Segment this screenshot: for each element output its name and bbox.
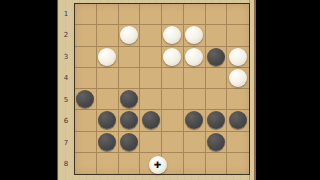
black-stone xyxy=(185,111,203,129)
cell-r8c1[interactable] xyxy=(75,153,97,174)
cell-r5c6[interactable] xyxy=(184,89,206,110)
cell-r4c1[interactable] xyxy=(75,68,97,89)
cell-r6c7[interactable] xyxy=(206,110,228,131)
last-move-cross-icon: ✚ xyxy=(154,161,162,170)
cell-r5c5[interactable] xyxy=(162,89,184,110)
row-label-2: 2 xyxy=(58,25,74,47)
cell-r6c1[interactable] xyxy=(75,110,97,131)
cell-r7c1[interactable] xyxy=(75,132,97,153)
row-labels: 12345678 xyxy=(58,3,74,175)
cell-r1c4[interactable] xyxy=(140,4,162,25)
cell-r4c3[interactable] xyxy=(119,68,141,89)
white-stone xyxy=(229,48,247,66)
board-grid[interactable]: ✚ xyxy=(74,3,250,175)
cell-r7c5[interactable] xyxy=(162,132,184,153)
cell-r8c6[interactable] xyxy=(184,153,206,174)
cell-r3c8[interactable] xyxy=(227,47,249,68)
cell-r2c6[interactable] xyxy=(184,25,206,46)
cell-r7c6[interactable] xyxy=(184,132,206,153)
cell-r3c1[interactable] xyxy=(75,47,97,68)
black-stone xyxy=(120,111,138,129)
cell-r6c6[interactable] xyxy=(184,110,206,131)
cell-r1c3[interactable] xyxy=(119,4,141,25)
black-stone xyxy=(76,90,94,108)
white-stone xyxy=(120,26,138,44)
cell-r5c1[interactable] xyxy=(75,89,97,110)
cell-r2c8[interactable] xyxy=(227,25,249,46)
white-stone-last-move[interactable]: ✚ xyxy=(149,156,167,174)
white-stone xyxy=(163,48,181,66)
cell-r8c7[interactable] xyxy=(206,153,228,174)
cell-r5c4[interactable] xyxy=(140,89,162,110)
row-label-8: 8 xyxy=(58,154,74,176)
cell-r4c5[interactable] xyxy=(162,68,184,89)
cell-r4c4[interactable] xyxy=(140,68,162,89)
cell-r2c2[interactable] xyxy=(97,25,119,46)
cell-r4c2[interactable] xyxy=(97,68,119,89)
row-label-6: 6 xyxy=(58,111,74,133)
cell-r7c8[interactable] xyxy=(227,132,249,153)
cell-r8c2[interactable] xyxy=(97,153,119,174)
cell-r2c7[interactable] xyxy=(206,25,228,46)
row-label-5: 5 xyxy=(58,89,74,111)
cell-r2c3[interactable] xyxy=(119,25,141,46)
cell-r3c3[interactable] xyxy=(119,47,141,68)
cell-r1c6[interactable] xyxy=(184,4,206,25)
cell-r3c6[interactable] xyxy=(184,47,206,68)
cell-r4c6[interactable] xyxy=(184,68,206,89)
cell-r3c4[interactable] xyxy=(140,47,162,68)
white-stone xyxy=(229,69,247,87)
cell-r1c7[interactable] xyxy=(206,4,228,25)
white-stone xyxy=(98,48,116,66)
black-stone xyxy=(98,111,116,129)
black-stone xyxy=(120,90,138,108)
cell-r3c5[interactable] xyxy=(162,47,184,68)
cell-r6c3[interactable] xyxy=(119,110,141,131)
cell-r7c4[interactable] xyxy=(140,132,162,153)
cell-r6c2[interactable] xyxy=(97,110,119,131)
row-label-1: 1 xyxy=(58,3,74,25)
black-stone xyxy=(98,133,116,151)
cell-r3c2[interactable] xyxy=(97,47,119,68)
cell-r3c7[interactable] xyxy=(206,47,228,68)
cell-r6c4[interactable] xyxy=(140,110,162,131)
cell-r2c4[interactable] xyxy=(140,25,162,46)
white-stone xyxy=(185,48,203,66)
cell-r8c4[interactable]: ✚ xyxy=(140,153,162,174)
black-stone xyxy=(207,48,225,66)
app-background: 12345678 ✚ xyxy=(0,0,320,180)
cell-r6c8[interactable] xyxy=(227,110,249,131)
cell-r5c3[interactable] xyxy=(119,89,141,110)
black-stone xyxy=(142,111,160,129)
cell-r7c3[interactable] xyxy=(119,132,141,153)
cell-r1c1[interactable] xyxy=(75,4,97,25)
cell-r5c2[interactable] xyxy=(97,89,119,110)
row-label-3: 3 xyxy=(58,46,74,68)
game-board-frame: 12345678 ✚ xyxy=(57,0,256,180)
black-stone xyxy=(229,111,247,129)
cell-r4c7[interactable] xyxy=(206,68,228,89)
cell-r2c1[interactable] xyxy=(75,25,97,46)
row-label-7: 7 xyxy=(58,132,74,154)
white-stone xyxy=(163,26,181,44)
cell-r4c8[interactable] xyxy=(227,68,249,89)
cell-r1c5[interactable] xyxy=(162,4,184,25)
cell-r8c8[interactable] xyxy=(227,153,249,174)
cell-r1c8[interactable] xyxy=(227,4,249,25)
cell-r2c5[interactable] xyxy=(162,25,184,46)
cell-r8c3[interactable] xyxy=(119,153,141,174)
row-label-4: 4 xyxy=(58,68,74,90)
cell-r7c7[interactable] xyxy=(206,132,228,153)
black-stone xyxy=(120,133,138,151)
cell-r1c2[interactable] xyxy=(97,4,119,25)
cell-r7c2[interactable] xyxy=(97,132,119,153)
cell-r5c8[interactable] xyxy=(227,89,249,110)
white-stone xyxy=(185,26,203,44)
black-stone xyxy=(207,111,225,129)
black-stone xyxy=(207,133,225,151)
cell-r6c5[interactable] xyxy=(162,110,184,131)
cell-r5c7[interactable] xyxy=(206,89,228,110)
